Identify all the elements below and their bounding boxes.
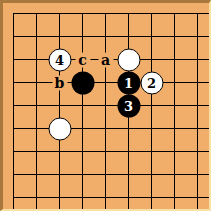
move-number: 4 [55,53,64,66]
board-grid-lines: cab4123 [13,13,209,209]
black-stone-1[interactable]: 1 [117,71,140,94]
black-stone[interactable] [71,71,94,94]
point-label-c[interactable]: c [75,52,90,67]
point-label-a[interactable]: a [98,52,113,67]
white-stone-4[interactable]: 4 [48,48,71,71]
point-label-b[interactable]: b [52,75,67,90]
move-number: 1 [124,76,133,89]
white-stone[interactable] [48,117,71,140]
white-stone[interactable] [117,48,140,71]
go-board: cab4123 [0,0,211,211]
black-stone-3[interactable]: 3 [117,94,140,117]
white-stone-2[interactable]: 2 [140,71,163,94]
move-number: 2 [147,76,156,89]
move-number: 3 [124,99,133,112]
